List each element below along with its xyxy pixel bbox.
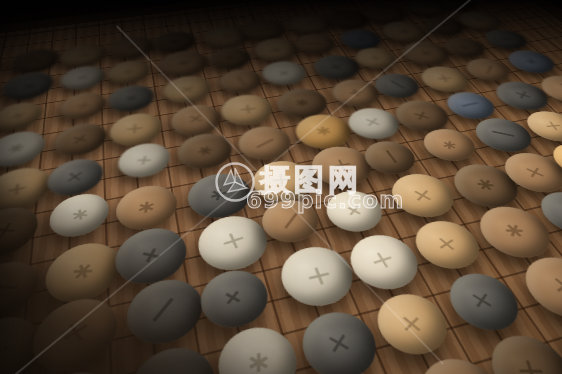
stone-crease-mark: + [7, 109, 28, 123]
stone-crease-mark: ― [230, 75, 252, 87]
stone-crease-mark: ✕ [436, 22, 452, 29]
stone-crease-mark: ✕ [19, 79, 38, 93]
stone-crease-mark: ✕ [187, 113, 205, 127]
stone-crease-mark: ✕ [409, 186, 435, 204]
stone-crease-mark: ∗ [376, 9, 396, 18]
stone-crease-mark: ✕ [521, 164, 550, 181]
stone-crease-mark: ― [250, 133, 279, 152]
stone-crease-mark: ✕ [497, 34, 516, 44]
stone-crease-mark: ― [458, 98, 484, 111]
stone-crease-mark: ✕ [69, 132, 92, 147]
stone-crease-mark: ✕ [304, 20, 318, 28]
stone-crease-mark: + [345, 87, 367, 98]
stone-crease-mark: ∗ [193, 143, 217, 158]
stone-crease-mark: ✕ [340, 16, 357, 23]
stone-crease-mark: ― [377, 149, 404, 166]
stone-crease-mark: ✕ [219, 32, 234, 41]
stone-crease-mark: ✕ [327, 62, 347, 72]
stone-crease-mark: + [521, 57, 541, 66]
photo-stage: ∗✕―✕✕∗✕―✕✕∗✕++✕✕✕✕+✕✕―✕∗✕✕∗✕+✕+✕―+✕✕+✕✕✕… [0, 0, 562, 374]
stone-crease-mark: ✕ [118, 66, 140, 77]
stone-crease-mark: ∗ [135, 198, 158, 217]
stone-crease-mark: ✕ [509, 90, 536, 101]
stone-crease-mark: ✕ [455, 42, 475, 52]
stone-crease-mark: ― [478, 64, 498, 76]
stone-crease-mark: ✕ [363, 116, 385, 130]
stone-crease-mark: ― [23, 54, 50, 67]
stone-crease-mark: ✕ [366, 53, 385, 64]
stone-crease-mark: ∗ [290, 96, 315, 110]
stone-crease-mark: ― [253, 24, 274, 34]
stone-crease-mark: ― [553, 82, 562, 95]
stone-crease-mark: + [414, 47, 438, 59]
stone-crease-mark: ― [384, 78, 409, 92]
stone-crease-mark: ✕ [121, 42, 144, 52]
stone-crease-mark: + [173, 57, 195, 70]
stone-crease-mark: ― [307, 39, 323, 47]
stone-crease-mark: ✕ [419, 2, 436, 11]
stone-crease-mark: ✕ [540, 118, 562, 133]
stone-crease-mark: ∗ [2, 140, 30, 158]
stone-crease-mark: ✕ [409, 109, 435, 122]
stone-crease-mark: ∗ [204, 185, 234, 206]
stone-crease-mark: ✕ [72, 99, 94, 113]
stone-crease-mark: ✕ [470, 16, 491, 25]
stone-crease-mark: ∗ [469, 175, 501, 196]
stone-crease-mark: ✕ [266, 44, 286, 55]
stone-crease-mark: ✕ [433, 73, 457, 86]
stone-crease-mark: ✕ [73, 72, 92, 83]
stone-crease-mark: ✕ [267, 170, 298, 191]
stone-crease-mark: ― [491, 126, 515, 143]
stone-crease-mark: ✕ [234, 102, 260, 118]
stone-crease-mark: + [452, 0, 465, 5]
stone-crease-mark: + [273, 67, 295, 79]
stone-crease-mark: ∗ [166, 37, 185, 46]
stone-crease-mark: ✕ [351, 34, 371, 44]
stone-crease-mark: ∗ [440, 137, 458, 152]
stone-crease-mark: ✕ [179, 83, 196, 95]
stone-crease-mark: + [119, 91, 143, 104]
stone-crease-mark: ✕ [220, 53, 240, 63]
stone-crease-mark: ∗ [309, 123, 337, 140]
stone-crease-mark: + [134, 153, 155, 166]
stone-crease-mark: ✕ [64, 169, 86, 185]
stone-crease-mark: ✕ [327, 156, 355, 176]
stone-crease-mark: ✕ [74, 51, 93, 60]
stone-crease-mark: ∗ [395, 27, 414, 36]
stone-crease-mark: ✕ [122, 121, 149, 137]
